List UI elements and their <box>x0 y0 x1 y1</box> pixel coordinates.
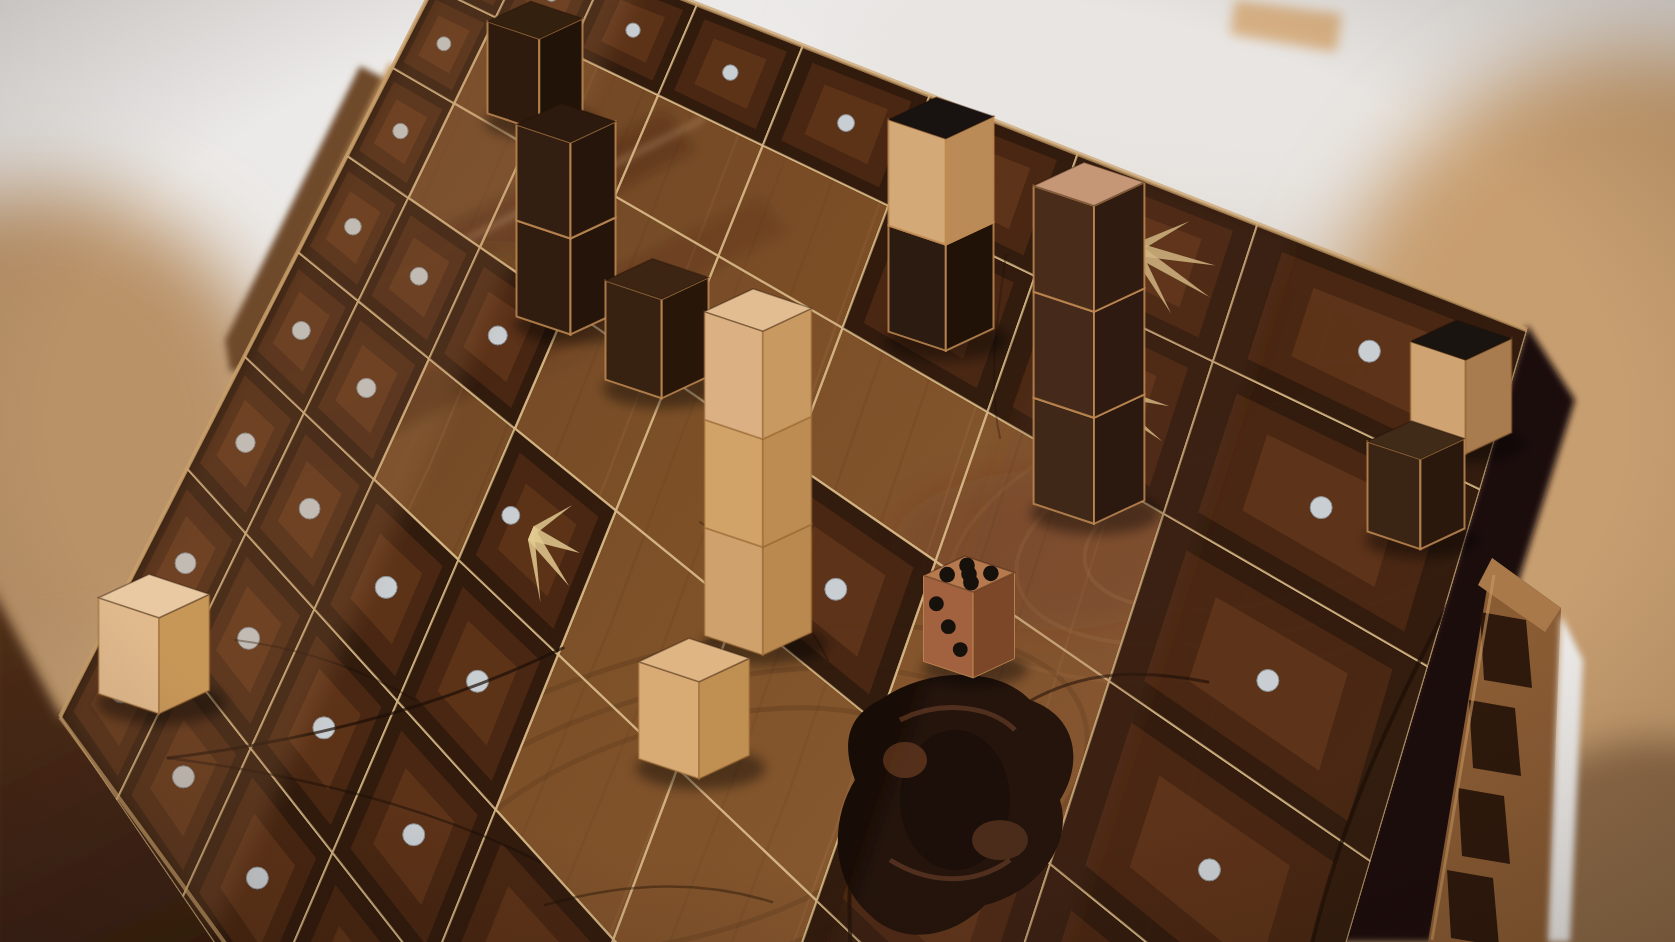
die-pip-front <box>941 619 956 634</box>
cube-left-face <box>705 312 763 440</box>
piece-p4-mixed-stack2[interactable] <box>886 97 1009 360</box>
piece-p6-light-stack3[interactable] <box>702 289 827 665</box>
cube-left-face <box>517 221 571 335</box>
piece-p5-dark-stack3[interactable] <box>1031 162 1161 534</box>
cube-left-face <box>1034 398 1094 524</box>
die-pip-top <box>983 566 999 582</box>
silver-dot-inlay <box>488 326 507 345</box>
silver-dot-inlay <box>723 65 738 80</box>
scene-root <box>0 0 1675 942</box>
die-pip-top <box>963 575 979 591</box>
die-pip-front <box>929 596 944 611</box>
cube-left-face <box>1034 186 1094 312</box>
cube-left-face <box>705 528 763 656</box>
cube-left-face <box>517 125 571 239</box>
cube-left-face <box>705 420 763 547</box>
board-photo <box>0 0 1675 942</box>
cube-left-face <box>606 281 662 399</box>
silver-dot-inlay <box>626 23 640 37</box>
cube-left-face <box>889 226 946 351</box>
silver-dot-inlay <box>1257 669 1279 691</box>
silver-dot-inlay <box>375 576 397 598</box>
silver-dot-inlay <box>825 578 847 600</box>
cube-left-face <box>1368 442 1421 550</box>
piece-p7-light-stack1[interactable] <box>96 574 226 724</box>
silver-dot-inlay <box>1198 859 1220 881</box>
silver-dot-inlay <box>502 506 520 524</box>
silver-dot-inlay <box>246 867 268 889</box>
cube-left-face <box>488 21 540 130</box>
die-pip-front <box>953 642 968 657</box>
rail-burn-mark <box>1447 870 1499 942</box>
silver-dot-inlay <box>838 115 855 132</box>
silver-dot-inlay <box>403 824 425 846</box>
die[interactable] <box>921 556 1028 687</box>
cube-left-face <box>889 120 946 245</box>
silver-dot-inlay <box>1358 340 1380 362</box>
rail-burn-mark <box>1469 700 1521 776</box>
cube-left-face <box>1034 292 1094 418</box>
piece-p10-dark-stack1[interactable] <box>1365 421 1479 559</box>
silver-dot-inlay <box>1310 497 1332 519</box>
piece-p8-light-stack1[interactable] <box>636 638 766 789</box>
die-pip-top <box>939 567 955 583</box>
rail-burn-mark <box>1458 788 1510 864</box>
rail-burn-mark <box>1480 612 1532 688</box>
